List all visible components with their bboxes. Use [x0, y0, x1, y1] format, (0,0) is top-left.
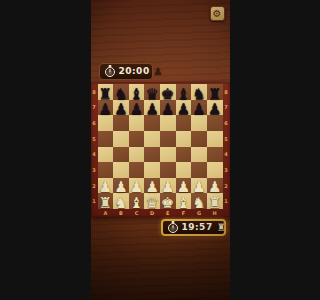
- black-rook[interactable]: ♜: [99, 88, 112, 101]
- rank-label: 5: [223, 131, 230, 147]
- file-label: A: [98, 209, 114, 217]
- chess-app-screen: ⚙ 20:00 ♟ 87654321 ♜♞♝♛♚♝♞♜♟♟♟♟♟♟♟♟♟♟♟♟♟…: [91, 0, 230, 300]
- square-g1[interactable]: ♞: [191, 193, 207, 209]
- rank-label: 1: [91, 193, 98, 209]
- square-b1[interactable]: ♞: [113, 193, 129, 209]
- square-g8[interactable]: ♞: [191, 84, 207, 100]
- rank-label: 8: [91, 84, 98, 100]
- black-pawn[interactable]: ♟: [114, 103, 127, 116]
- rank-labels-left: 87654321: [91, 84, 98, 209]
- square-e4[interactable]: [160, 147, 176, 163]
- square-f3[interactable]: [176, 162, 192, 178]
- file-label: F: [176, 209, 192, 217]
- square-a8[interactable]: ♜: [98, 84, 114, 100]
- square-b7[interactable]: ♟: [113, 100, 129, 116]
- rank-label: 2: [91, 178, 98, 194]
- square-e7[interactable]: ♟: [160, 100, 176, 116]
- white-pawn[interactable]: ♟: [99, 181, 112, 194]
- rank-labels-right: 87654321: [223, 84, 230, 209]
- file-label: E: [160, 209, 176, 217]
- rank-label: 3: [91, 162, 98, 178]
- square-d8[interactable]: ♛: [144, 84, 160, 100]
- white-pawn[interactable]: ♟: [145, 181, 158, 194]
- square-f8[interactable]: ♝: [176, 84, 192, 100]
- square-b5[interactable]: [113, 131, 129, 147]
- white-piece-icon: ♜: [217, 223, 226, 233]
- square-b3[interactable]: [113, 162, 129, 178]
- square-h7[interactable]: ♟: [207, 100, 223, 116]
- gear-icon: ⚙: [213, 9, 222, 19]
- rank-label: 7: [91, 100, 98, 116]
- square-e5[interactable]: [160, 131, 176, 147]
- chess-board: 87654321 ♜♞♝♛♚♝♞♜♟♟♟♟♟♟♟♟♟♟♟♟♟♟♟♟♜♞♝♛♚♝♞…: [91, 82, 230, 217]
- square-g4[interactable]: [191, 147, 207, 163]
- square-h8[interactable]: ♜: [207, 84, 223, 100]
- square-a7[interactable]: ♟: [98, 100, 114, 116]
- square-e8[interactable]: ♚: [160, 84, 176, 100]
- white-clock: 19:57 ♜: [161, 219, 226, 236]
- black-pawn[interactable]: ♟: [161, 103, 174, 116]
- file-labels: ABCDEFGH: [98, 209, 223, 217]
- square-d1[interactable]: ♛: [144, 193, 160, 209]
- square-d2[interactable]: ♟: [144, 178, 160, 194]
- white-pawn[interactable]: ♟: [130, 181, 143, 194]
- rank-label: 4: [223, 147, 230, 163]
- square-c4[interactable]: [129, 147, 145, 163]
- black-bishop[interactable]: ♝: [130, 88, 143, 101]
- square-e1[interactable]: ♚: [160, 193, 176, 209]
- black-clock-time: 20:00: [119, 67, 150, 76]
- board-squares: ♜♞♝♛♚♝♞♜♟♟♟♟♟♟♟♟♟♟♟♟♟♟♟♟♜♞♝♛♚♝♞♜: [98, 84, 223, 209]
- rank-label: 6: [223, 115, 230, 131]
- black-king[interactable]: ♚: [161, 88, 174, 101]
- square-d3[interactable]: [144, 162, 160, 178]
- square-b2[interactable]: ♟: [113, 178, 129, 194]
- black-knight[interactable]: ♞: [192, 88, 205, 101]
- square-h1[interactable]: ♜: [207, 193, 223, 209]
- square-f1[interactable]: ♝: [176, 193, 192, 209]
- white-clock-time: 19:57: [182, 223, 213, 232]
- white-pawn[interactable]: ♟: [114, 181, 127, 194]
- square-f2[interactable]: ♟: [176, 178, 192, 194]
- square-a3[interactable]: [98, 162, 114, 178]
- square-b8[interactable]: ♞: [113, 84, 129, 100]
- file-label: G: [191, 209, 207, 217]
- square-g2[interactable]: ♟: [191, 178, 207, 194]
- black-pawn[interactable]: ♟: [130, 103, 143, 116]
- square-g5[interactable]: [191, 131, 207, 147]
- square-c2[interactable]: ♟: [129, 178, 145, 194]
- square-c8[interactable]: ♝: [129, 84, 145, 100]
- square-f7[interactable]: ♟: [176, 100, 192, 116]
- rank-label: 1: [223, 193, 230, 209]
- stopwatch-icon: [105, 67, 115, 77]
- black-pawn[interactable]: ♟: [177, 103, 190, 116]
- black-pawn[interactable]: ♟: [145, 103, 158, 116]
- square-d5[interactable]: [144, 131, 160, 147]
- file-label: D: [144, 209, 160, 217]
- stopwatch-icon: [168, 223, 178, 233]
- square-e3[interactable]: [160, 162, 176, 178]
- square-b4[interactable]: [113, 147, 129, 163]
- square-h4[interactable]: [207, 147, 223, 163]
- square-g3[interactable]: [191, 162, 207, 178]
- rank-label: 6: [91, 115, 98, 131]
- rank-label: 5: [91, 131, 98, 147]
- square-a4[interactable]: [98, 147, 114, 163]
- file-label: B: [113, 209, 129, 217]
- square-h5[interactable]: [207, 131, 223, 147]
- white-pawn[interactable]: ♟: [177, 181, 190, 194]
- square-a5[interactable]: [98, 131, 114, 147]
- square-c7[interactable]: ♟: [129, 100, 145, 116]
- rank-label: 4: [91, 147, 98, 163]
- black-clock: 20:00 ♟: [99, 63, 153, 80]
- settings-button[interactable]: ⚙: [210, 6, 225, 21]
- square-d4[interactable]: [144, 147, 160, 163]
- square-h2[interactable]: ♟: [207, 178, 223, 194]
- square-f4[interactable]: [176, 147, 192, 163]
- black-bishop[interactable]: ♝: [177, 88, 190, 101]
- black-piece-icon: ♟: [154, 67, 163, 77]
- rank-label: 2: [223, 178, 230, 194]
- square-c1[interactable]: ♝: [129, 193, 145, 209]
- file-label: H: [207, 209, 223, 217]
- rank-label: 3: [223, 162, 230, 178]
- square-g7[interactable]: ♟: [191, 100, 207, 116]
- square-a1[interactable]: ♜: [98, 193, 114, 209]
- square-a2[interactable]: ♟: [98, 178, 114, 194]
- rank-label: 7: [223, 100, 230, 116]
- black-knight[interactable]: ♞: [114, 88, 127, 101]
- black-pawn[interactable]: ♟: [208, 103, 221, 116]
- black-queen[interactable]: ♛: [145, 88, 158, 101]
- black-rook[interactable]: ♜: [208, 88, 221, 101]
- file-label: C: [129, 209, 145, 217]
- rank-label: 8: [223, 84, 230, 100]
- square-d7[interactable]: ♟: [144, 100, 160, 116]
- square-h3[interactable]: [207, 162, 223, 178]
- square-c3[interactable]: [129, 162, 145, 178]
- black-pawn[interactable]: ♟: [192, 103, 205, 116]
- square-e2[interactable]: ♟: [160, 178, 176, 194]
- white-pawn[interactable]: ♟: [208, 181, 221, 194]
- white-pawn[interactable]: ♟: [161, 181, 174, 194]
- square-c5[interactable]: [129, 131, 145, 147]
- white-pawn[interactable]: ♟: [192, 181, 205, 194]
- black-pawn[interactable]: ♟: [99, 103, 112, 116]
- square-f5[interactable]: [176, 131, 192, 147]
